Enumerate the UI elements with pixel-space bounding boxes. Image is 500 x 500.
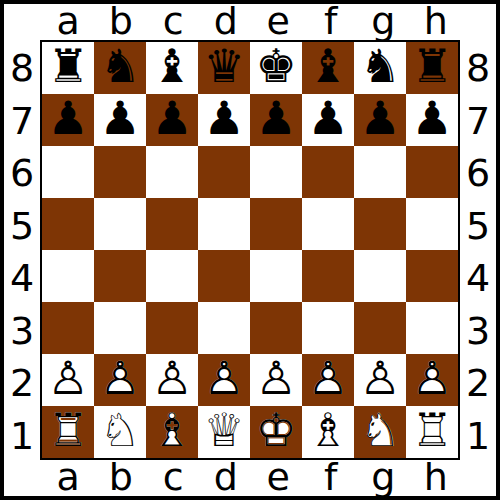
rank-label-7-left: 7 bbox=[4, 95, 40, 148]
piece-outline: ♘ bbox=[359, 407, 400, 453]
piece-glyph: ♜ bbox=[411, 43, 452, 89]
square-d2[interactable]: ♟♙ bbox=[198, 354, 250, 406]
square-g2[interactable]: ♟♙ bbox=[354, 354, 406, 406]
piece-black-pawn[interactable]: ♟ bbox=[94, 94, 146, 146]
rank-label-8-left: 8 bbox=[4, 42, 40, 95]
file-label-f-bottom: f bbox=[305, 458, 358, 496]
square-b1[interactable]: ♞♘ bbox=[94, 406, 146, 458]
piece-black-knight[interactable]: ♞ bbox=[94, 42, 146, 94]
file-label-e-bottom: e bbox=[252, 458, 305, 496]
square-a5[interactable] bbox=[42, 198, 94, 250]
file-label-a-top: a bbox=[42, 2, 95, 40]
rank-label-7-right: 7 bbox=[460, 95, 496, 148]
file-label-h-top: h bbox=[410, 2, 463, 40]
piece-glyph: ♟ bbox=[411, 95, 452, 141]
piece-outline: ♙ bbox=[359, 355, 400, 401]
square-d1[interactable]: ♛♕ bbox=[198, 406, 250, 458]
square-c3[interactable] bbox=[146, 302, 198, 354]
rank-label-4-right: 4 bbox=[460, 252, 496, 305]
rank-label-3-right: 3 bbox=[460, 305, 496, 358]
square-d6[interactable] bbox=[198, 146, 250, 198]
file-label-d-top: d bbox=[200, 2, 253, 40]
file-label-h-bottom: h bbox=[410, 458, 463, 496]
piece-outline: ♙ bbox=[203, 355, 244, 401]
piece-glyph: ♟ bbox=[99, 95, 140, 141]
square-c2[interactable]: ♟♙ bbox=[146, 354, 198, 406]
square-h6[interactable] bbox=[406, 146, 458, 198]
piece-glyph: ♝ bbox=[151, 43, 192, 89]
square-c1[interactable]: ♝♗ bbox=[146, 406, 198, 458]
piece-outline: ♙ bbox=[99, 355, 140, 401]
square-e3[interactable] bbox=[250, 302, 302, 354]
square-a2[interactable]: ♟♙ bbox=[42, 354, 94, 406]
rank-label-8-right: 8 bbox=[460, 42, 496, 95]
piece-black-rook[interactable]: ♜ bbox=[42, 42, 94, 94]
piece-outline: ♙ bbox=[307, 355, 348, 401]
square-e1[interactable]: ♚♔ bbox=[250, 406, 302, 458]
square-f5[interactable] bbox=[302, 198, 354, 250]
square-h3[interactable] bbox=[406, 302, 458, 354]
square-h1[interactable]: ♜♖ bbox=[406, 406, 458, 458]
square-g7[interactable]: ♟ bbox=[354, 94, 406, 146]
file-label-d-bottom: d bbox=[200, 458, 253, 496]
square-f2[interactable]: ♟♙ bbox=[302, 354, 354, 406]
piece-glyph: ♟ bbox=[255, 95, 296, 141]
square-e5[interactable] bbox=[250, 198, 302, 250]
piece-black-pawn[interactable]: ♟ bbox=[354, 94, 406, 146]
piece-black-pawn[interactable]: ♟ bbox=[146, 94, 198, 146]
square-g4[interactable] bbox=[354, 250, 406, 302]
file-label-b-top: b bbox=[95, 2, 148, 40]
rank-label-4-left: 4 bbox=[4, 252, 40, 305]
square-h7[interactable]: ♟ bbox=[406, 94, 458, 146]
square-g8[interactable]: ♞ bbox=[354, 42, 406, 94]
piece-white-bishop[interactable]: ♝♗ bbox=[302, 406, 354, 458]
square-f8[interactable]: ♝ bbox=[302, 42, 354, 94]
piece-white-pawn[interactable]: ♟♙ bbox=[146, 354, 198, 406]
piece-black-bishop[interactable]: ♝ bbox=[302, 42, 354, 94]
piece-outline: ♙ bbox=[255, 355, 296, 401]
piece-black-king[interactable]: ♚ bbox=[250, 42, 302, 94]
piece-outline: ♘ bbox=[99, 407, 140, 453]
square-c8[interactable]: ♝ bbox=[146, 42, 198, 94]
square-d8[interactable]: ♛ bbox=[198, 42, 250, 94]
square-h8[interactable]: ♜ bbox=[406, 42, 458, 94]
piece-outline: ♗ bbox=[307, 407, 348, 453]
square-c7[interactable]: ♟ bbox=[146, 94, 198, 146]
file-label-b-bottom: b bbox=[95, 458, 148, 496]
square-f3[interactable] bbox=[302, 302, 354, 354]
file-label-g-bottom: g bbox=[357, 458, 410, 496]
square-d3[interactable] bbox=[198, 302, 250, 354]
square-b2[interactable]: ♟♙ bbox=[94, 354, 146, 406]
square-a1[interactable]: ♜♖ bbox=[42, 406, 94, 458]
file-labels-bottom: abcdefgh bbox=[42, 458, 462, 496]
file-label-c-bottom: c bbox=[147, 458, 200, 496]
piece-black-pawn[interactable]: ♟ bbox=[198, 94, 250, 146]
square-c5[interactable] bbox=[146, 198, 198, 250]
piece-glyph: ♟ bbox=[151, 95, 192, 141]
square-f7[interactable]: ♟ bbox=[302, 94, 354, 146]
square-a6[interactable] bbox=[42, 146, 94, 198]
piece-white-knight[interactable]: ♞♘ bbox=[94, 406, 146, 458]
piece-black-knight[interactable]: ♞ bbox=[354, 42, 406, 94]
piece-glyph: ♞ bbox=[359, 43, 400, 89]
square-g1[interactable]: ♞♘ bbox=[354, 406, 406, 458]
piece-outline: ♔ bbox=[255, 407, 296, 453]
square-b8[interactable]: ♞ bbox=[94, 42, 146, 94]
square-e8[interactable]: ♚ bbox=[250, 42, 302, 94]
piece-black-bishop[interactable]: ♝ bbox=[146, 42, 198, 94]
square-a3[interactable] bbox=[42, 302, 94, 354]
file-label-c-top: c bbox=[147, 2, 200, 40]
square-d7[interactable]: ♟ bbox=[198, 94, 250, 146]
square-b6[interactable] bbox=[94, 146, 146, 198]
piece-white-pawn[interactable]: ♟♙ bbox=[250, 354, 302, 406]
file-label-f-top: f bbox=[305, 2, 358, 40]
piece-white-king[interactable]: ♚♔ bbox=[250, 406, 302, 458]
square-h4[interactable] bbox=[406, 250, 458, 302]
rank-labels-right: 87654321 bbox=[460, 42, 496, 462]
piece-glyph: ♟ bbox=[47, 95, 88, 141]
piece-white-pawn[interactable]: ♟♙ bbox=[198, 354, 250, 406]
square-d5[interactable] bbox=[198, 198, 250, 250]
chess-diagram: abcdefgh abcdefgh 87654321 87654321 ♜♞♝♛… bbox=[0, 0, 500, 500]
piece-white-knight[interactable]: ♞♘ bbox=[354, 406, 406, 458]
chess-board: ♜♞♝♛♚♝♞♜♟♟♟♟♟♟♟♟♟♙♟♙♟♙♟♙♟♙♟♙♟♙♟♙♜♖♞♘♝♗♛♕… bbox=[40, 40, 460, 460]
piece-glyph: ♚ bbox=[255, 43, 296, 89]
piece-outline: ♙ bbox=[151, 355, 192, 401]
square-e7[interactable]: ♟ bbox=[250, 94, 302, 146]
piece-outline: ♖ bbox=[411, 407, 452, 453]
piece-white-rook[interactable]: ♜♖ bbox=[42, 406, 94, 458]
piece-outline: ♙ bbox=[47, 355, 88, 401]
piece-white-pawn[interactable]: ♟♙ bbox=[42, 354, 94, 406]
square-g5[interactable] bbox=[354, 198, 406, 250]
rank-label-5-right: 5 bbox=[460, 200, 496, 253]
square-f1[interactable]: ♝♗ bbox=[302, 406, 354, 458]
piece-outline: ♙ bbox=[411, 355, 452, 401]
rank-label-1-left: 1 bbox=[4, 410, 40, 463]
piece-glyph: ♟ bbox=[203, 95, 244, 141]
square-a8[interactable]: ♜ bbox=[42, 42, 94, 94]
rank-label-6-left: 6 bbox=[4, 147, 40, 200]
file-label-e-top: e bbox=[252, 2, 305, 40]
piece-glyph: ♝ bbox=[307, 43, 348, 89]
piece-black-queen[interactable]: ♛ bbox=[198, 42, 250, 94]
square-g3[interactable] bbox=[354, 302, 406, 354]
square-b7[interactable]: ♟ bbox=[94, 94, 146, 146]
piece-outline: ♖ bbox=[47, 407, 88, 453]
rank-label-5-left: 5 bbox=[4, 200, 40, 253]
piece-glyph: ♟ bbox=[359, 95, 400, 141]
board-margin: abcdefgh abcdefgh 87654321 87654321 ♜♞♝♛… bbox=[4, 4, 496, 496]
square-c4[interactable] bbox=[146, 250, 198, 302]
piece-outline: ♕ bbox=[203, 407, 244, 453]
piece-black-pawn[interactable]: ♟ bbox=[302, 94, 354, 146]
square-a4[interactable] bbox=[42, 250, 94, 302]
file-label-a-bottom: a bbox=[42, 458, 95, 496]
piece-black-pawn[interactable]: ♟ bbox=[250, 94, 302, 146]
square-f4[interactable] bbox=[302, 250, 354, 302]
piece-black-pawn[interactable]: ♟ bbox=[406, 94, 458, 146]
square-e2[interactable]: ♟♙ bbox=[250, 354, 302, 406]
square-b3[interactable] bbox=[94, 302, 146, 354]
square-f6[interactable] bbox=[302, 146, 354, 198]
square-h5[interactable] bbox=[406, 198, 458, 250]
rank-label-2-right: 2 bbox=[460, 357, 496, 410]
piece-white-pawn[interactable]: ♟♙ bbox=[406, 354, 458, 406]
piece-white-pawn[interactable]: ♟♙ bbox=[94, 354, 146, 406]
square-d4[interactable] bbox=[198, 250, 250, 302]
square-c6[interactable] bbox=[146, 146, 198, 198]
piece-glyph: ♞ bbox=[99, 43, 140, 89]
rank-label-1-right: 1 bbox=[460, 410, 496, 463]
piece-white-queen[interactable]: ♛♕ bbox=[198, 406, 250, 458]
file-labels-top: abcdefgh bbox=[42, 2, 462, 40]
square-g6[interactable] bbox=[354, 146, 406, 198]
rank-label-3-left: 3 bbox=[4, 305, 40, 358]
piece-white-pawn[interactable]: ♟♙ bbox=[354, 354, 406, 406]
piece-outline: ♗ bbox=[151, 407, 192, 453]
piece-black-pawn[interactable]: ♟ bbox=[42, 94, 94, 146]
rank-labels-left: 87654321 bbox=[4, 42, 40, 462]
square-b4[interactable] bbox=[94, 250, 146, 302]
rank-label-6-right: 6 bbox=[460, 147, 496, 200]
file-label-g-top: g bbox=[357, 2, 410, 40]
square-e4[interactable] bbox=[250, 250, 302, 302]
square-e6[interactable] bbox=[250, 146, 302, 198]
piece-glyph: ♜ bbox=[47, 43, 88, 89]
piece-glyph: ♟ bbox=[307, 95, 348, 141]
square-h2[interactable]: ♟♙ bbox=[406, 354, 458, 406]
piece-white-bishop[interactable]: ♝♗ bbox=[146, 406, 198, 458]
square-a7[interactable]: ♟ bbox=[42, 94, 94, 146]
piece-white-pawn[interactable]: ♟♙ bbox=[302, 354, 354, 406]
square-b5[interactable] bbox=[94, 198, 146, 250]
rank-label-2-left: 2 bbox=[4, 357, 40, 410]
piece-black-rook[interactable]: ♜ bbox=[406, 42, 458, 94]
piece-glyph: ♛ bbox=[203, 43, 244, 89]
piece-white-rook[interactable]: ♜♖ bbox=[406, 406, 458, 458]
